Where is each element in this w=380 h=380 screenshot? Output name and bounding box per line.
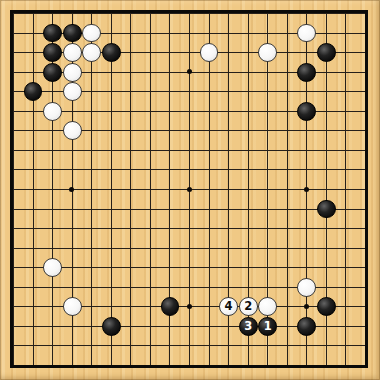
stone-white-Q5 <box>297 278 316 297</box>
stone-white-D4 <box>63 297 82 316</box>
move-number-label: 2 <box>244 301 252 313</box>
stone-black-J4 <box>161 297 180 316</box>
stone-white-O4 <box>258 297 277 316</box>
star-point <box>187 187 192 192</box>
stone-black-Q3 <box>297 317 316 336</box>
stone-white-Q18 <box>297 24 316 43</box>
stone-black-C17 <box>43 43 62 62</box>
stone-black-O3: 1 <box>258 317 277 336</box>
stone-black-C16 <box>43 63 62 82</box>
star-point <box>304 187 309 192</box>
stone-black-N3: 3 <box>239 317 258 336</box>
stone-white-D13 <box>63 121 82 140</box>
move-number-label: 1 <box>264 321 272 333</box>
go-board[interactable]: 4231 <box>13 13 365 365</box>
star-point <box>69 187 74 192</box>
stone-black-R17 <box>317 43 336 62</box>
stone-black-Q16 <box>297 63 316 82</box>
stone-white-E18 <box>82 24 101 43</box>
stone-white-N4: 2 <box>239 297 258 316</box>
move-number-label: 4 <box>225 301 233 313</box>
stone-black-C18 <box>43 24 62 43</box>
move-number-label: 3 <box>244 321 252 333</box>
stone-black-B15 <box>24 82 43 101</box>
stone-black-R9 <box>317 200 336 219</box>
stone-black-Q14 <box>297 102 316 121</box>
stone-white-O17 <box>258 43 277 62</box>
stone-black-D18 <box>63 24 82 43</box>
stone-black-F17 <box>102 43 121 62</box>
stone-black-R4 <box>317 297 336 316</box>
go-board-screenshot: 4231 <box>0 0 380 380</box>
stone-white-L17 <box>200 43 219 62</box>
stone-white-D16 <box>63 63 82 82</box>
stone-white-D15 <box>63 82 82 101</box>
stone-white-C6 <box>43 258 62 277</box>
stone-white-D17 <box>63 43 82 62</box>
stone-white-E17 <box>82 43 101 62</box>
stone-white-C14 <box>43 102 62 121</box>
star-point <box>187 69 192 74</box>
stone-white-M4: 4 <box>219 297 238 316</box>
star-point <box>304 304 309 309</box>
stone-black-F3 <box>102 317 121 336</box>
star-point <box>187 304 192 309</box>
